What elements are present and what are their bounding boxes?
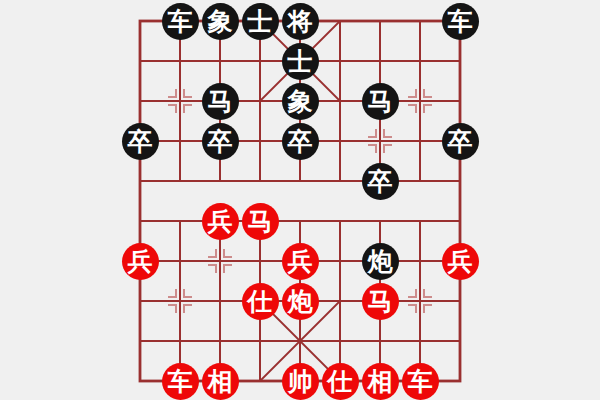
point-r8c1[interactable] [160,321,200,361]
point-r3c5[interactable] [320,121,360,161]
piece-black-advisor[interactable]: 士 [242,3,279,40]
point-r2c1[interactable] [160,81,200,121]
piece-red-chariot[interactable]: 车 [402,363,439,400]
point-r7c2[interactable] [200,281,240,321]
point-r4c0[interactable] [120,161,160,201]
piece-red-general[interactable]: 帅 [282,363,319,400]
piece-red-elephant[interactable]: 相 [362,363,399,400]
point-r2c4[interactable]: 象 [280,81,320,121]
piece-black-cannon[interactable]: 炮 [362,243,399,280]
point-r5c7[interactable] [400,201,440,241]
point-r6c1[interactable] [160,241,200,281]
piece-red-soldier[interactable]: 兵 [442,243,479,280]
point-r2c6[interactable]: 马 [360,81,400,121]
point-r5c3[interactable]: 马 [240,201,280,241]
point-r4c6[interactable]: 卒 [360,161,400,201]
point-r3c2[interactable]: 卒 [200,121,240,161]
point-r1c5[interactable] [320,41,360,81]
point-r7c5[interactable] [320,281,360,321]
point-r2c5[interactable] [320,81,360,121]
point-r5c0[interactable] [120,201,160,241]
point-r1c8[interactable] [440,41,480,81]
point-r8c0[interactable] [120,321,160,361]
piece-black-soldier[interactable]: 卒 [442,123,479,160]
point-r8c2[interactable] [200,321,240,361]
point-r8c6[interactable] [360,321,400,361]
point-r3c1[interactable] [160,121,200,161]
point-r5c5[interactable] [320,201,360,241]
point-r8c4[interactable] [280,321,320,361]
piece-black-soldier[interactable]: 卒 [122,123,159,160]
point-r9c1[interactable]: 车 [160,361,200,400]
point-r7c0[interactable] [120,281,160,321]
point-r9c2[interactable]: 相 [200,361,240,400]
point-r1c7[interactable] [400,41,440,81]
point-r1c6[interactable] [360,41,400,81]
points-grid: 车象士将车士马象马卒卒卒卒卒兵马兵兵炮兵仕炮马车相帅仕相车 [120,1,480,400]
point-r3c3[interactable] [240,121,280,161]
point-r0c2[interactable]: 象 [200,1,240,41]
point-r5c2[interactable]: 兵 [200,201,240,241]
point-r8c3[interactable] [240,321,280,361]
point-r7c3[interactable]: 仕 [240,281,280,321]
point-r3c6[interactable] [360,121,400,161]
point-r7c4[interactable]: 炮 [280,281,320,321]
point-r4c8[interactable] [440,161,480,201]
point-r4c3[interactable] [240,161,280,201]
point-r0c5[interactable] [320,1,360,41]
piece-red-advisor[interactable]: 仕 [242,283,279,320]
point-r0c6[interactable] [360,1,400,41]
point-r0c8[interactable]: 车 [440,1,480,41]
point-r6c6[interactable]: 炮 [360,241,400,281]
point-r8c5[interactable] [320,321,360,361]
piece-black-horse[interactable]: 马 [202,83,239,120]
point-r1c2[interactable] [200,41,240,81]
point-r6c0[interactable]: 兵 [120,241,160,281]
piece-black-soldier[interactable]: 卒 [202,123,239,160]
point-r6c3[interactable] [240,241,280,281]
point-r0c0[interactable] [120,1,160,41]
point-r7c8[interactable] [440,281,480,321]
point-r9c3[interactable] [240,361,280,400]
piece-red-soldier[interactable]: 兵 [122,243,159,280]
point-r9c4[interactable]: 帅 [280,361,320,400]
point-r8c8[interactable] [440,321,480,361]
piece-red-soldier[interactable]: 兵 [282,243,319,280]
point-r2c2[interactable]: 马 [200,81,240,121]
point-r1c4[interactable]: 士 [280,41,320,81]
piece-red-elephant[interactable]: 相 [202,363,239,400]
point-r5c8[interactable] [440,201,480,241]
point-r6c2[interactable] [200,241,240,281]
piece-red-soldier[interactable]: 兵 [202,203,239,240]
point-r4c2[interactable] [200,161,240,201]
point-r0c4[interactable]: 将 [280,1,320,41]
point-r4c5[interactable] [320,161,360,201]
point-r9c8[interactable] [440,361,480,400]
point-r6c5[interactable] [320,241,360,281]
piece-black-elephant[interactable]: 象 [282,83,319,120]
point-r4c4[interactable] [280,161,320,201]
point-r7c7[interactable] [400,281,440,321]
point-r3c0[interactable]: 卒 [120,121,160,161]
piece-black-soldier[interactable]: 卒 [362,163,399,200]
point-r1c1[interactable] [160,41,200,81]
piece-black-horse[interactable]: 马 [362,83,399,120]
point-r9c0[interactable] [120,361,160,400]
point-r0c1[interactable]: 车 [160,1,200,41]
point-r2c7[interactable] [400,81,440,121]
point-r9c5[interactable]: 仕 [320,361,360,400]
point-r0c7[interactable] [400,1,440,41]
point-r9c6[interactable]: 相 [360,361,400,400]
point-r4c7[interactable] [400,161,440,201]
point-r3c4[interactable]: 卒 [280,121,320,161]
point-r5c1[interactable] [160,201,200,241]
piece-black-chariot[interactable]: 车 [162,3,199,40]
point-r3c8[interactable]: 卒 [440,121,480,161]
piece-black-general[interactable]: 将 [282,3,319,40]
point-r3c7[interactable] [400,121,440,161]
piece-black-chariot[interactable]: 车 [442,3,479,40]
point-r2c8[interactable] [440,81,480,121]
point-r0c3[interactable]: 士 [240,1,280,41]
point-r5c4[interactable] [280,201,320,241]
piece-red-horse[interactable]: 马 [362,283,399,320]
piece-red-cannon[interactable]: 炮 [282,283,319,320]
point-r9c7[interactable]: 车 [400,361,440,400]
point-r6c7[interactable] [400,241,440,281]
point-r4c1[interactable] [160,161,200,201]
point-r1c0[interactable] [120,41,160,81]
point-r8c7[interactable] [400,321,440,361]
xiangqi-board: 车象士将车士马象马卒卒卒卒卒兵马兵兵炮兵仕炮马车相帅仕相车 [0,0,600,400]
piece-black-soldier[interactable]: 卒 [282,123,319,160]
piece-black-elephant[interactable]: 象 [202,3,239,40]
point-r6c4[interactable]: 兵 [280,241,320,281]
point-r2c0[interactable] [120,81,160,121]
point-r1c3[interactable] [240,41,280,81]
point-r6c8[interactable]: 兵 [440,241,480,281]
piece-red-advisor[interactable]: 仕 [322,363,359,400]
piece-red-chariot[interactable]: 车 [162,363,199,400]
point-r5c6[interactable] [360,201,400,241]
point-r7c1[interactable] [160,281,200,321]
point-r7c6[interactable]: 马 [360,281,400,321]
piece-black-advisor[interactable]: 士 [282,43,319,80]
point-r2c3[interactable] [240,81,280,121]
piece-red-horse[interactable]: 马 [242,203,279,240]
